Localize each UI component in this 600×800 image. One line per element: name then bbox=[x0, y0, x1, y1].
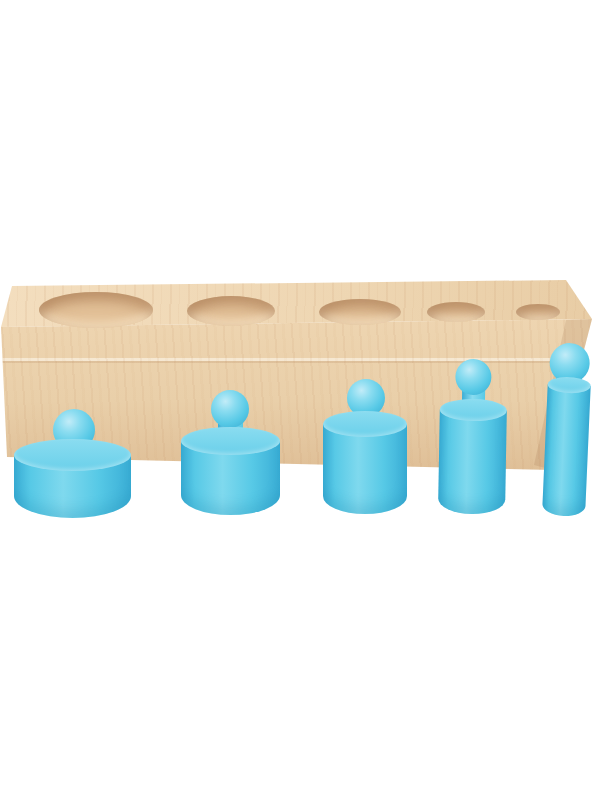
cylinder-2-knob bbox=[211, 390, 249, 428]
cylinder-3-top-face bbox=[323, 411, 407, 437]
cylinder-2 bbox=[181, 388, 280, 515]
cylinder-1-widest-shortest-top-face bbox=[14, 439, 131, 471]
cylinder-1-widest-shortest bbox=[14, 407, 131, 518]
product-photo bbox=[0, 0, 600, 800]
cylinder-5-thinnest-tallest-body bbox=[542, 384, 591, 517]
cylinder-4-knob bbox=[455, 359, 492, 396]
cylinder-3 bbox=[323, 377, 407, 514]
cylinder-3-body bbox=[323, 424, 407, 514]
cylinder-5-thinnest-tallest bbox=[542, 340, 593, 517]
cylinder-4-body bbox=[438, 409, 507, 514]
cylinder-row bbox=[0, 0, 600, 800]
cylinder-2-top-face bbox=[181, 427, 280, 455]
cylinder-4 bbox=[438, 356, 508, 514]
